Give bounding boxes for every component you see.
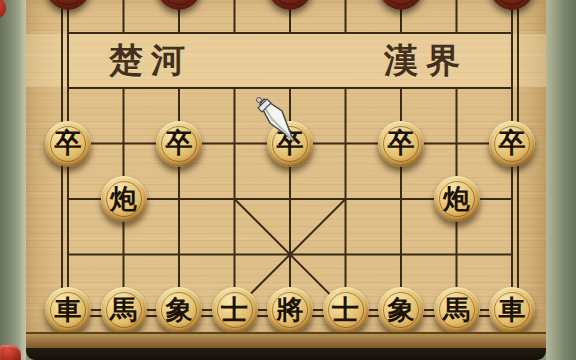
- piece-black-士[interactable]: 士: [323, 287, 369, 333]
- piece-black-將[interactable]: 將: [267, 287, 313, 333]
- piece-black-卒[interactable]: 卒: [45, 121, 91, 167]
- red-ui-fragment-bottom: [0, 345, 21, 360]
- right-margin: [546, 0, 576, 360]
- piece-black-象[interactable]: 象: [156, 287, 202, 333]
- piece-black-車[interactable]: 車: [45, 287, 91, 333]
- river-label-han-jie: 漢界: [346, 38, 506, 84]
- xiangqi-app-screen: 楚河 漢界 車馬象士將士象馬車炮炮卒卒卒卒卒: [0, 0, 576, 360]
- piece-black-車[interactable]: 車: [489, 287, 535, 333]
- left-margin: [0, 0, 26, 360]
- piece-black-馬[interactable]: 馬: [101, 287, 147, 333]
- piece-black-卒[interactable]: 卒: [156, 121, 202, 167]
- piece-black-象[interactable]: 象: [378, 287, 424, 333]
- piece-black-炮[interactable]: 炮: [101, 176, 147, 222]
- xiangqi-board[interactable]: 楚河 漢界 車馬象士將士象馬車炮炮卒卒卒卒卒: [26, 0, 546, 360]
- piece-black-馬[interactable]: 馬: [434, 287, 480, 333]
- piece-black-卒[interactable]: 卒: [378, 121, 424, 167]
- board-shadow: [26, 348, 546, 360]
- piece-black-炮[interactable]: 炮: [434, 176, 480, 222]
- piece-black-士[interactable]: 士: [212, 287, 258, 333]
- piece-black-卒[interactable]: 卒: [489, 121, 535, 167]
- mouse-cursor-sword-icon: [255, 96, 297, 142]
- river-label-chu-he: 楚河: [71, 38, 231, 84]
